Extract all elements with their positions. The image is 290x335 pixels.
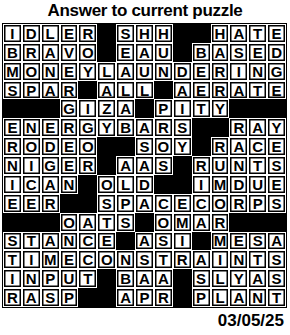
letter-cell-r10c13: R: [229, 194, 248, 213]
black-square-r11c14: [248, 213, 267, 232]
letter-cell-r1c8: H: [135, 24, 154, 43]
letter-cell-r5c12: Y: [211, 99, 230, 118]
letter-cell-r1c9: H: [154, 24, 173, 43]
letter-cell-r3c3: N: [41, 62, 60, 81]
letter-cell-r6c6: Y: [97, 118, 116, 137]
letter-cell-r2c3: A: [41, 43, 60, 62]
letter-cell-r8c13: N: [229, 156, 248, 175]
letter-cell-r6c2: N: [22, 118, 41, 137]
letter-cell-r10c11: C: [192, 194, 211, 213]
letter-cell-r14c14: A: [248, 269, 267, 288]
letter-cell-r13c13: N: [229, 250, 248, 269]
black-square-r4c5: [78, 81, 97, 100]
black-square-r9c9: [154, 175, 173, 194]
letter-cell-r3c1: M: [3, 62, 22, 81]
letter-cell-r11c5: A: [78, 213, 97, 232]
letter-cell-r2c1: B: [3, 43, 22, 62]
letter-cell-r11c12: R: [211, 213, 230, 232]
letter-cell-r7c2: O: [22, 137, 41, 156]
letter-cell-r3c5: Y: [78, 62, 97, 81]
letter-cell-r13c2: I: [22, 250, 41, 269]
black-square-r7c7: [116, 137, 135, 156]
letter-cell-r6c10: S: [173, 118, 192, 137]
letter-cell-r8c14: T: [248, 156, 267, 175]
letter-cell-r1c5: R: [78, 24, 97, 43]
letter-cell-r7c15: E: [267, 137, 286, 156]
letter-cell-r12c2: T: [22, 232, 41, 251]
letter-cell-r6c1: E: [3, 118, 22, 137]
letter-cell-r10c2: E: [22, 194, 41, 213]
letter-cell-r4c10: A: [173, 81, 192, 100]
letter-cell-r10c12: O: [211, 194, 230, 213]
letter-cell-r8c5: R: [78, 156, 97, 175]
letter-cell-r7c1: R: [3, 137, 22, 156]
letter-cell-r13c3: M: [41, 250, 60, 269]
black-square-r15c5: [78, 288, 97, 307]
letter-cell-r2c14: E: [248, 43, 267, 62]
letter-cell-r2c15: D: [267, 43, 286, 62]
letter-cell-r6c4: R: [60, 118, 79, 137]
letter-cell-r6c3: E: [41, 118, 60, 137]
letter-cell-r13c9: T: [154, 250, 173, 269]
letter-cell-r15c13: A: [229, 288, 248, 307]
letter-cell-r2c7: E: [116, 43, 135, 62]
black-square-r1c11: [192, 24, 211, 43]
letter-cell-r6c9: R: [154, 118, 173, 137]
letter-cell-r7c9: O: [154, 137, 173, 156]
letter-cell-r14c3: P: [41, 269, 60, 288]
letter-cell-r3c9: N: [154, 62, 173, 81]
letter-cell-r13c12: I: [211, 250, 230, 269]
letter-cell-r1c1: I: [3, 24, 22, 43]
letter-cell-r5c5: I: [78, 99, 97, 118]
letter-cell-r4c15: E: [267, 81, 286, 100]
letter-cell-r10c9: C: [154, 194, 173, 213]
black-square-r9c10: [173, 175, 192, 194]
letter-cell-r1c13: A: [229, 24, 248, 43]
black-square-r5c1: [3, 99, 22, 118]
black-square-r10c4: [60, 194, 79, 213]
letter-cell-r12c6: E: [97, 232, 116, 251]
letter-cell-r2c12: A: [211, 43, 230, 62]
letter-cell-r4c6: A: [97, 81, 116, 100]
letter-cell-r7c12: R: [211, 137, 230, 156]
letter-cell-r15c12: L: [211, 288, 230, 307]
letter-cell-r10c6: S: [97, 194, 116, 213]
letter-cell-r1c7: S: [116, 24, 135, 43]
letter-cell-r4c12: R: [211, 81, 230, 100]
letter-cell-r13c11: A: [192, 250, 211, 269]
letter-cell-r1c14: T: [248, 24, 267, 43]
letter-cell-r1c2: D: [22, 24, 41, 43]
letter-cell-r10c15: S: [267, 194, 286, 213]
letter-cell-r15c4: P: [60, 288, 79, 307]
letter-cell-r7c10: Y: [173, 137, 192, 156]
letter-cell-r13c15: S: [267, 250, 286, 269]
crossword-grid: IDLERSHHHATEBRAVOEAUBASEDMONEYLAUNDERING…: [2, 23, 287, 308]
black-square-r7c6: [97, 137, 116, 156]
black-square-r12c11: [192, 232, 211, 251]
letter-cell-r3c15: G: [267, 62, 286, 81]
letter-cell-r4c7: L: [116, 81, 135, 100]
letter-cell-r4c1: S: [3, 81, 22, 100]
letter-cell-r2c4: V: [60, 43, 79, 62]
letter-cell-r9c4: N: [60, 175, 79, 194]
letter-cell-r3c7: A: [116, 62, 135, 81]
letter-cell-r14c1: I: [3, 269, 22, 288]
letter-cell-r8c7: A: [116, 156, 135, 175]
letter-cell-r9c13: D: [229, 175, 248, 194]
letter-cell-r14c7: B: [116, 269, 135, 288]
black-square-r1c6: [97, 24, 116, 43]
letter-cell-r6c5: G: [78, 118, 97, 137]
letter-cell-r7c14: C: [248, 137, 267, 156]
letter-cell-r12c4: N: [60, 232, 79, 251]
letter-cell-r11c7: S: [116, 213, 135, 232]
black-square-r5c3: [41, 99, 60, 118]
black-square-r6c11: [192, 118, 211, 137]
letter-cell-r10c14: P: [248, 194, 267, 213]
black-square-r11c1: [3, 213, 22, 232]
letter-cell-r9c3: A: [41, 175, 60, 194]
black-square-r14c6: [97, 269, 116, 288]
letter-cell-r8c4: E: [60, 156, 79, 175]
black-square-r8c6: [97, 156, 116, 175]
letter-cell-r2c13: S: [229, 43, 248, 62]
letter-cell-r5c6: Z: [97, 99, 116, 118]
letter-cell-r3c12: R: [211, 62, 230, 81]
letter-cell-r3c2: O: [22, 62, 41, 81]
letter-cell-r13c7: N: [116, 250, 135, 269]
puzzle-date: 03/05/25: [218, 311, 284, 331]
letter-cell-r7c3: D: [41, 137, 60, 156]
letter-cell-r12c3: A: [41, 232, 60, 251]
letter-cell-r15c11: P: [192, 288, 211, 307]
letter-cell-r15c1: R: [3, 288, 22, 307]
letter-cell-r6c7: B: [116, 118, 135, 137]
letter-cell-r11c6: T: [97, 213, 116, 232]
letter-cell-r5c4: G: [60, 99, 79, 118]
letter-cell-r14c5: T: [78, 269, 97, 288]
black-square-r12c7: [116, 232, 135, 251]
black-square-r11c3: [41, 213, 60, 232]
letter-cell-r11c9: O: [154, 213, 173, 232]
letter-cell-r3c14: N: [248, 62, 267, 81]
black-square-r9c5: [78, 175, 97, 194]
letter-cell-r7c4: E: [60, 137, 79, 156]
letter-cell-r15c15: T: [267, 288, 286, 307]
letter-cell-r6c8: A: [135, 118, 154, 137]
letter-cell-r2c11: B: [192, 43, 211, 62]
letter-cell-r3c4: E: [60, 62, 79, 81]
letter-cell-r11c4: O: [60, 213, 79, 232]
letter-cell-r6c14: A: [248, 118, 267, 137]
letter-cell-r14c11: S: [192, 269, 211, 288]
letter-cell-r9c12: M: [211, 175, 230, 194]
letter-cell-r7c13: A: [229, 137, 248, 156]
letter-cell-r9c11: I: [192, 175, 211, 194]
letter-cell-r15c2: A: [22, 288, 41, 307]
letter-cell-r7c5: O: [78, 137, 97, 156]
letter-cell-r9c15: E: [267, 175, 286, 194]
black-square-r11c13: [229, 213, 248, 232]
letter-cell-r13c5: C: [78, 250, 97, 269]
letter-cell-r13c6: O: [97, 250, 116, 269]
letter-cell-r12c10: I: [173, 232, 192, 251]
letter-cell-r12c1: S: [3, 232, 22, 251]
black-square-r5c14: [248, 99, 267, 118]
black-square-r6c12: [211, 118, 230, 137]
letter-cell-r9c6: O: [97, 175, 116, 194]
letter-cell-r4c2: P: [22, 81, 41, 100]
letter-cell-r12c14: S: [248, 232, 267, 251]
letter-cell-r15c9: R: [154, 288, 173, 307]
letter-cell-r3c10: D: [173, 62, 192, 81]
letter-cell-r8c15: S: [267, 156, 286, 175]
letter-cell-r9c14: U: [248, 175, 267, 194]
letter-cell-r15c7: A: [116, 288, 135, 307]
letter-cell-r14c2: N: [22, 269, 41, 288]
letter-cell-r8c2: I: [22, 156, 41, 175]
black-square-r4c9: [154, 81, 173, 100]
letter-cell-r1c15: E: [267, 24, 286, 43]
black-square-r1c10: [173, 24, 192, 43]
letter-cell-r4c13: A: [229, 81, 248, 100]
letter-cell-r8c11: R: [192, 156, 211, 175]
letter-cell-r15c3: S: [41, 288, 60, 307]
black-square-r15c6: [97, 288, 116, 307]
letter-cell-r10c3: R: [41, 194, 60, 213]
letter-cell-r1c12: H: [211, 24, 230, 43]
letter-cell-r4c4: R: [60, 81, 79, 100]
letter-cell-r9c2: C: [22, 175, 41, 194]
letter-cell-r9c1: I: [3, 175, 22, 194]
letter-cell-r6c15: Y: [267, 118, 286, 137]
letter-cell-r12c12: M: [211, 232, 230, 251]
letter-cell-r13c1: T: [3, 250, 22, 269]
letter-cell-r10c1: E: [3, 194, 22, 213]
letter-cell-r11c10: M: [173, 213, 192, 232]
letter-cell-r9c8: D: [135, 175, 154, 194]
black-square-r7c11: [192, 137, 211, 156]
black-square-r5c2: [22, 99, 41, 118]
letter-cell-r15c8: P: [135, 288, 154, 307]
letter-cell-r8c1: N: [3, 156, 22, 175]
letter-cell-r14c15: S: [267, 269, 286, 288]
black-square-r2c10: [173, 43, 192, 62]
letter-cell-r5c11: T: [192, 99, 211, 118]
letter-cell-r2c5: O: [78, 43, 97, 62]
page-title: Answer to current puzzle: [0, 1, 290, 21]
letter-cell-r13c14: T: [248, 250, 267, 269]
puzzle-answer-page: { "game": "crossword", "title": "Answer …: [0, 0, 290, 335]
black-square-r14c10: [173, 269, 192, 288]
letter-cell-r2c9: U: [154, 43, 173, 62]
letter-cell-r3c13: I: [229, 62, 248, 81]
black-square-r5c13: [229, 99, 248, 118]
letter-cell-r3c8: U: [135, 62, 154, 81]
letter-cell-r12c13: E: [229, 232, 248, 251]
letter-cell-r11c11: A: [192, 213, 211, 232]
letter-cell-r13c8: S: [135, 250, 154, 269]
letter-cell-r1c3: L: [41, 24, 60, 43]
letter-cell-r8c12: U: [211, 156, 230, 175]
letter-cell-r3c6: L: [97, 62, 116, 81]
letter-cell-r3c11: E: [192, 62, 211, 81]
letter-cell-r5c9: P: [154, 99, 173, 118]
letter-cell-r12c15: A: [267, 232, 286, 251]
letter-cell-r4c14: T: [248, 81, 267, 100]
letter-cell-r8c8: A: [135, 156, 154, 175]
letter-cell-r12c5: C: [78, 232, 97, 251]
letter-cell-r2c8: A: [135, 43, 154, 62]
letter-cell-r4c8: L: [135, 81, 154, 100]
black-square-r5c15: [267, 99, 286, 118]
black-square-r11c15: [267, 213, 286, 232]
letter-cell-r13c4: E: [60, 250, 79, 269]
letter-cell-r10c10: E: [173, 194, 192, 213]
letter-cell-r10c7: P: [116, 194, 135, 213]
black-square-r11c8: [135, 213, 154, 232]
letter-cell-r14c12: L: [211, 269, 230, 288]
letter-cell-r8c3: G: [41, 156, 60, 175]
black-square-r8c10: [173, 156, 192, 175]
letter-cell-r14c4: U: [60, 269, 79, 288]
black-square-r10c5: [78, 194, 97, 213]
black-square-r15c10: [173, 288, 192, 307]
black-square-r11c2: [22, 213, 41, 232]
letter-cell-r2c2: R: [22, 43, 41, 62]
letter-cell-r4c11: E: [192, 81, 211, 100]
letter-cell-r15c14: N: [248, 288, 267, 307]
letter-cell-r5c7: A: [116, 99, 135, 118]
letter-cell-r6c13: R: [229, 118, 248, 137]
letter-cell-r12c9: S: [154, 232, 173, 251]
letter-cell-r8c9: S: [154, 156, 173, 175]
letter-cell-r5c10: I: [173, 99, 192, 118]
letter-cell-r14c9: A: [154, 269, 173, 288]
letter-cell-r4c3: A: [41, 81, 60, 100]
letter-cell-r7c8: S: [135, 137, 154, 156]
letter-cell-r1c4: E: [60, 24, 79, 43]
black-square-r5c8: [135, 99, 154, 118]
letter-cell-r14c8: A: [135, 269, 154, 288]
letter-cell-r12c8: A: [135, 232, 154, 251]
letter-cell-r13c10: R: [173, 250, 192, 269]
letter-cell-r14c13: Y: [229, 269, 248, 288]
letter-cell-r10c8: A: [135, 194, 154, 213]
black-square-r2c6: [97, 43, 116, 62]
letter-cell-r9c7: L: [116, 175, 135, 194]
